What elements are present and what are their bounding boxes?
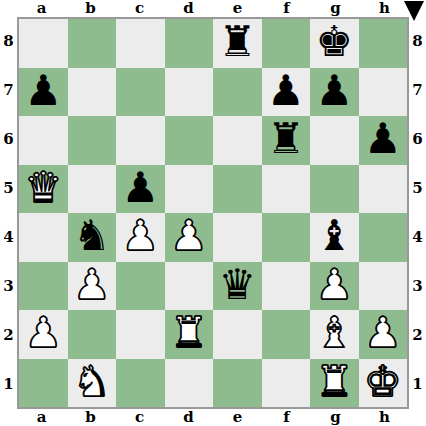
square-h6[interactable]: ♟ — [359, 116, 408, 165]
piece-white-pawn: ♟ — [24, 312, 62, 354]
square-g6[interactable] — [310, 116, 359, 165]
file-label-h: h — [360, 409, 409, 426]
square-a7[interactable]: ♟ — [19, 68, 68, 117]
square-a3[interactable] — [19, 262, 68, 311]
rank-label-4: 4 — [0, 213, 17, 262]
piece-white-pawn: ♟ — [121, 215, 159, 257]
square-h5[interactable] — [359, 165, 408, 214]
rank-label-5: 5 — [409, 164, 426, 213]
square-a5[interactable]: ♛ — [19, 165, 68, 214]
file-label-g: g — [311, 0, 360, 17]
file-label-h: h — [360, 0, 409, 17]
file-label-b: b — [66, 409, 115, 426]
square-c3[interactable] — [116, 262, 165, 311]
square-d3[interactable] — [165, 262, 214, 311]
square-h3[interactable] — [359, 262, 408, 311]
file-label-e: e — [213, 0, 262, 17]
square-f1[interactable] — [262, 359, 311, 408]
piece-white-king: ♚ — [364, 361, 402, 403]
square-a1[interactable] — [19, 359, 68, 408]
piece-white-pawn: ♟ — [364, 312, 402, 354]
piece-black-king: ♚ — [315, 21, 353, 63]
rank-label-2: 2 — [409, 311, 426, 360]
square-b1[interactable]: ♞ — [68, 359, 117, 408]
file-label-a: a — [17, 0, 66, 17]
file-label-d: d — [164, 409, 213, 426]
file-label-c: c — [115, 409, 164, 426]
chess-board: ♜♚♟♟♟♜♟♛♟♞♟♟♝♟♛♟♟♜♝♟♞♜♚ — [17, 17, 409, 409]
square-h4[interactable] — [359, 213, 408, 262]
piece-white-bishop: ♝ — [315, 312, 353, 354]
rank-label-1: 1 — [0, 360, 17, 409]
square-a2[interactable]: ♟ — [19, 310, 68, 359]
file-label-e: e — [213, 409, 262, 426]
rank-label-3: 3 — [0, 262, 17, 311]
square-b3[interactable]: ♟ — [68, 262, 117, 311]
square-g5[interactable] — [310, 165, 359, 214]
square-a6[interactable] — [19, 116, 68, 165]
piece-black-bishop: ♝ — [315, 215, 353, 257]
piece-black-pawn: ♟ — [267, 70, 305, 112]
rank-label-8: 8 — [0, 17, 17, 66]
square-e5[interactable] — [213, 165, 262, 214]
rank-label-1: 1 — [409, 360, 426, 409]
square-e6[interactable] — [213, 116, 262, 165]
square-d2[interactable]: ♜ — [165, 310, 214, 359]
rank-label-7: 7 — [0, 66, 17, 115]
square-g1[interactable]: ♜ — [310, 359, 359, 408]
square-a4[interactable] — [19, 213, 68, 262]
file-label-b: b — [66, 0, 115, 17]
square-d1[interactable] — [165, 359, 214, 408]
piece-white-rook: ♜ — [170, 312, 208, 354]
piece-black-pawn: ♟ — [364, 118, 402, 160]
file-labels-bottom: abcdefgh — [17, 409, 409, 426]
rank-label-8: 8 — [409, 17, 426, 66]
square-g7[interactable]: ♟ — [310, 68, 359, 117]
square-d4[interactable]: ♟ — [165, 213, 214, 262]
square-c8[interactable] — [116, 19, 165, 68]
square-g4[interactable]: ♝ — [310, 213, 359, 262]
file-label-f: f — [262, 409, 311, 426]
piece-white-pawn: ♟ — [170, 215, 208, 257]
square-f2[interactable] — [262, 310, 311, 359]
square-b5[interactable] — [68, 165, 117, 214]
piece-white-pawn: ♟ — [73, 264, 111, 306]
square-c4[interactable]: ♟ — [116, 213, 165, 262]
square-g2[interactable]: ♝ — [310, 310, 359, 359]
piece-black-queen: ♛ — [218, 264, 256, 306]
file-label-d: d — [164, 0, 213, 17]
square-e2[interactable] — [213, 310, 262, 359]
square-f3[interactable] — [262, 262, 311, 311]
piece-black-pawn: ♟ — [121, 167, 159, 209]
rank-label-5: 5 — [0, 164, 17, 213]
square-e8[interactable]: ♜ — [213, 19, 262, 68]
rank-label-2: 2 — [0, 311, 17, 360]
piece-black-rook: ♜ — [267, 118, 305, 160]
square-e7[interactable] — [213, 68, 262, 117]
square-g8[interactable]: ♚ — [310, 19, 359, 68]
square-f8[interactable] — [262, 19, 311, 68]
square-h8[interactable] — [359, 19, 408, 68]
square-b6[interactable] — [68, 116, 117, 165]
square-c5[interactable]: ♟ — [116, 165, 165, 214]
chess-diagram: abcdefgh 87654321 87654321 abcdefgh ♜♚♟♟… — [0, 0, 426, 426]
square-f6[interactable]: ♜ — [262, 116, 311, 165]
square-d6[interactable] — [165, 116, 214, 165]
rank-labels-left: 87654321 — [0, 17, 17, 409]
piece-white-rook: ♜ — [315, 361, 353, 403]
square-b2[interactable] — [68, 310, 117, 359]
rank-label-3: 3 — [409, 262, 426, 311]
piece-black-pawn: ♟ — [315, 70, 353, 112]
piece-white-knight: ♞ — [73, 361, 111, 403]
file-label-f: f — [262, 0, 311, 17]
piece-white-pawn: ♟ — [315, 264, 353, 306]
file-labels-top: abcdefgh — [17, 0, 409, 17]
square-e3[interactable]: ♛ — [213, 262, 262, 311]
black-to-move-indicator — [404, 1, 424, 21]
square-d7[interactable] — [165, 68, 214, 117]
rank-label-7: 7 — [409, 66, 426, 115]
square-b4[interactable]: ♞ — [68, 213, 117, 262]
piece-black-knight: ♞ — [73, 215, 111, 257]
square-c7[interactable] — [116, 68, 165, 117]
square-h2[interactable]: ♟ — [359, 310, 408, 359]
square-f5[interactable] — [262, 165, 311, 214]
square-d5[interactable] — [165, 165, 214, 214]
rank-label-6: 6 — [409, 115, 426, 164]
square-f4[interactable] — [262, 213, 311, 262]
file-label-a: a — [17, 409, 66, 426]
piece-white-queen: ♛ — [24, 167, 62, 209]
rank-labels-right: 87654321 — [409, 17, 426, 409]
file-label-c: c — [115, 0, 164, 17]
rank-label-4: 4 — [409, 213, 426, 262]
square-c2[interactable] — [116, 310, 165, 359]
rank-label-6: 6 — [0, 115, 17, 164]
square-e4[interactable] — [213, 213, 262, 262]
piece-black-pawn: ♟ — [24, 70, 62, 112]
square-h1[interactable]: ♚ — [359, 359, 408, 408]
square-e1[interactable] — [213, 359, 262, 408]
square-h7[interactable] — [359, 68, 408, 117]
square-g3[interactable]: ♟ — [310, 262, 359, 311]
square-b8[interactable] — [68, 19, 117, 68]
square-d8[interactable] — [165, 19, 214, 68]
square-c1[interactable] — [116, 359, 165, 408]
square-c6[interactable] — [116, 116, 165, 165]
square-f7[interactable]: ♟ — [262, 68, 311, 117]
piece-black-rook: ♜ — [218, 21, 256, 63]
square-a8[interactable] — [19, 19, 68, 68]
square-b7[interactable] — [68, 68, 117, 117]
file-label-g: g — [311, 409, 360, 426]
